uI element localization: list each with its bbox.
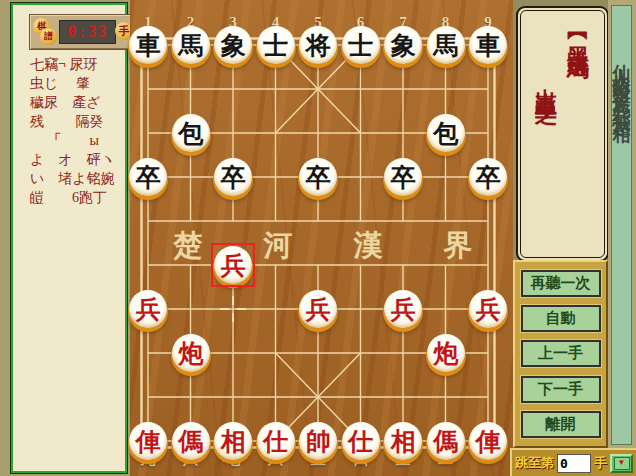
move-text: よ オ xyxy=(30,152,73,167)
move-text: 穢尿 xyxy=(30,95,58,110)
prev-move-button[interactable]: 上一手 xyxy=(521,340,601,367)
move-text: 尿玡 xyxy=(66,57,98,72)
opening-strip-inner: 仙人指路對卒底包・紅飛左相 xyxy=(611,5,632,445)
piece-red-pawn[interactable]: 兵 xyxy=(384,290,422,328)
piece-black-chariot[interactable]: 車 xyxy=(129,26,167,64)
piece-red-chariot[interactable]: 俥 xyxy=(469,422,507,460)
move-text: 铭婉 xyxy=(87,171,115,186)
opening-name: 仙人指路對卒底包・紅飛左相 xyxy=(610,50,634,444)
piece-red-pawn[interactable]: 兵 xyxy=(299,290,337,328)
piece-red-elephant[interactable]: 相 xyxy=(214,422,252,460)
opening-strip: 仙人指路對卒底包・紅飛左相 xyxy=(608,0,636,476)
piece-black-pawn[interactable]: 卒 xyxy=(299,158,337,196)
next-move-button[interactable]: 下一手 xyxy=(521,376,601,403)
piece-red-elephant[interactable]: 相 xyxy=(384,422,422,460)
move-text: 皚 xyxy=(30,190,44,205)
move-line: 残 隔癸 xyxy=(30,112,134,131)
coin-icon: 譜 xyxy=(40,28,57,45)
piece-black-pawn[interactable]: 卒 xyxy=(469,158,507,196)
piece-red-horse[interactable]: 傌 xyxy=(172,422,210,460)
title-card: 【黑跳邊馬 出直車之二】 xyxy=(516,6,609,262)
move-text: 七竊 xyxy=(30,57,58,72)
piece-black-general[interactable]: 将 xyxy=(299,26,337,64)
move-text xyxy=(30,133,48,148)
piece-red-advisor[interactable]: 仕 xyxy=(257,422,295,460)
piece-red-pawn[interactable]: 兵 xyxy=(469,290,507,328)
piece-black-cannon[interactable]: 包 xyxy=(172,114,210,152)
move-marker: ¬ xyxy=(58,57,66,72)
piece-black-advisor[interactable]: 士 xyxy=(342,26,380,64)
piece-black-advisor[interactable]: 士 xyxy=(257,26,295,64)
piece-red-advisor[interactable]: 仕 xyxy=(342,422,380,460)
move-text: 残 xyxy=(30,114,44,129)
exit-button[interactable]: 離開 xyxy=(521,411,601,438)
move-list: 七竊¬ 尿玡虫じ 肇穢尿 產ざ残 隔癸 「 ыよ オ 砰ヽい 堵よ铭婉皚 6跑丁 xyxy=(30,55,134,207)
piece-black-elephant[interactable]: 象 xyxy=(384,26,422,64)
button-panel: 再聽一次自動上一手下一手離開 xyxy=(513,260,608,448)
replay-button[interactable]: 再聽一次 xyxy=(521,270,601,297)
move-line: よ オ 砰ヽ xyxy=(30,150,134,169)
jump-go-button[interactable]: ▼ xyxy=(610,454,633,473)
move-number-input[interactable] xyxy=(557,454,591,473)
piece-black-cannon[interactable]: 包 xyxy=(427,114,465,152)
board[interactable]: 123456789 楚河漢界 九八七六五四三二一 車馬象士将士象馬車包包卒卒卒卒… xyxy=(130,0,513,476)
piece-red-horse[interactable]: 傌 xyxy=(427,422,465,460)
move-text: 隔癸 xyxy=(44,114,104,129)
move-line: 皚 6跑丁 xyxy=(30,188,134,207)
piece-red-chariot[interactable]: 俥 xyxy=(129,422,167,460)
xiangqi-app: 棋 譜 0:33 手 七竊¬ 尿玡虫じ 肇穢尿 產ざ残 隔癸 「 ыよ オ 砰ヽ… xyxy=(0,0,636,476)
move-line: 虫じ 肇 xyxy=(30,74,134,93)
jump-to-move-bar: 跳至第 手 ▼ xyxy=(510,448,636,476)
piece-black-horse[interactable]: 馬 xyxy=(427,26,465,64)
piece-red-cannon[interactable]: 炮 xyxy=(172,334,210,372)
down-arrow-icon: ▼ xyxy=(614,457,630,470)
piece-black-pawn[interactable]: 卒 xyxy=(129,158,167,196)
move-text: 6跑丁 xyxy=(44,190,107,205)
move-line: 「 ы xyxy=(30,131,134,150)
move-line: 七竊¬ 尿玡 xyxy=(30,55,134,74)
variation-title-line2: 出直車之二】 xyxy=(531,71,561,95)
last-move-origin-marker xyxy=(220,296,246,322)
timer-panel: 棋 譜 0:33 手 xyxy=(29,14,138,50)
jump-label-prefix: 跳至第 xyxy=(515,454,554,472)
move-text: ы xyxy=(62,133,99,148)
piece-black-elephant[interactable]: 象 xyxy=(214,26,252,64)
piece-red-general[interactable]: 帥 xyxy=(299,422,337,460)
piece-black-horse[interactable]: 馬 xyxy=(172,26,210,64)
auto-button[interactable]: 自動 xyxy=(521,305,601,332)
last-move-highlight xyxy=(211,243,255,287)
move-line: い 堵よ铭婉 xyxy=(30,169,134,188)
move-text: 砰ヽ xyxy=(73,152,115,167)
piece-black-chariot[interactable]: 車 xyxy=(469,26,507,64)
move-text: 虫じ xyxy=(30,76,58,91)
move-text: 產ざ xyxy=(58,95,100,110)
title-card-inner: 【黑跳邊馬 出直車之二】 xyxy=(520,10,605,258)
move-marker: 「 xyxy=(48,133,62,148)
piece-black-pawn[interactable]: 卒 xyxy=(214,158,252,196)
move-text: 肇 xyxy=(58,76,90,91)
piece-red-cannon[interactable]: 炮 xyxy=(427,334,465,372)
left-panel: 棋 譜 0:33 手 七竊¬ 尿玡虫じ 肇穢尿 產ざ残 隔癸 「 ыよ オ 砰ヽ… xyxy=(0,0,130,476)
variation-title-line1: 【黑跳邊馬 xyxy=(563,25,593,45)
piece-red-pawn[interactable]: 兵 xyxy=(129,290,167,328)
piece-black-pawn[interactable]: 卒 xyxy=(384,158,422,196)
jump-label-suffix: 手 xyxy=(594,454,607,472)
move-record-panel: 棋 譜 0:33 手 七竊¬ 尿玡虫じ 肇穢尿 產ざ残 隔癸 「 ыよ オ 砰ヽ… xyxy=(11,3,127,473)
timer-display: 0:33 xyxy=(59,20,116,44)
board-grid: 車馬象士将士象馬車包包卒卒卒卒卒兵兵兵兵兵炮炮俥傌相仕帥仕相傌俥 xyxy=(127,23,510,463)
move-text: い 堵よ xyxy=(30,171,87,186)
move-line: 穢尿 產ざ xyxy=(30,93,134,112)
